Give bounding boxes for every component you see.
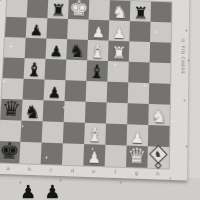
file-label: f	[104, 167, 126, 177]
chess-piece-bR: ♜	[47, 2, 68, 19]
diamond-mini-icon	[155, 161, 162, 168]
square: ♟	[44, 79, 66, 101]
square	[150, 42, 171, 63]
square	[41, 143, 63, 165]
square	[85, 102, 107, 124]
square: ♞	[21, 100, 43, 122]
chess-piece-wN: ♞	[109, 3, 130, 21]
square	[105, 124, 127, 146]
board-grid: ♜♚♞♜♟♟♟♟♞♝♜♝♝♟♛♞♞♝♟♚♟♛	[0, 0, 172, 169]
diamond-logo-icon: ♞	[149, 144, 168, 163]
square	[149, 62, 170, 83]
file-label: h	[147, 169, 169, 179]
square	[5, 17, 27, 38]
dust-speckles-dark	[0, 0, 1, 1]
square	[106, 102, 128, 124]
chess-piece-wB: ♝	[87, 42, 108, 61]
file-label: e	[83, 167, 105, 177]
chess-piece-wB: ♝	[84, 125, 106, 145]
square	[2, 78, 24, 100]
chess-piece-bB: ♝	[24, 60, 46, 79]
square: ♜	[130, 1, 151, 22]
square: ♞	[66, 39, 88, 60]
square: ♝	[24, 58, 46, 79]
square	[150, 22, 171, 43]
chess-piece-bQ: ♛	[0, 99, 22, 121]
square	[89, 0, 110, 20]
square	[65, 60, 87, 81]
square	[67, 19, 88, 40]
square: ♟	[109, 20, 130, 41]
square	[65, 80, 87, 102]
square: ♚	[0, 141, 20, 163]
square: ♞	[109, 0, 130, 21]
file-label: d	[62, 166, 84, 176]
square	[149, 83, 170, 105]
chess-piece-wK: ♚	[68, 0, 89, 20]
captured-pieces-tray: ♟♟	[20, 183, 60, 200]
captured-piece-bP: ♟	[20, 183, 36, 200]
square	[25, 38, 47, 59]
square	[6, 0, 28, 18]
chess-piece-bK: ♚	[0, 140, 20, 163]
chess-piece-bP: ♟	[45, 44, 66, 59]
square	[148, 125, 170, 147]
chess-board: ♜♚♞♜♟♟♟♟♞♝♜♝♝♟♛♞♞♝♟♚♟♛ abcdefgh © FIG CH…	[0, 0, 189, 181]
square	[128, 82, 150, 104]
chess-piece-bP: ♟	[44, 85, 66, 101]
square: ♟	[45, 38, 67, 59]
square	[64, 101, 86, 123]
chess-piece-bN: ♞	[66, 42, 87, 60]
square	[27, 0, 49, 18]
file-label: g	[126, 168, 148, 178]
file-label: b	[19, 164, 41, 174]
chess-piece-wP: ♟	[109, 26, 130, 41]
square	[62, 143, 84, 165]
chess-piece-wN: ♞	[148, 107, 169, 126]
square: ♟	[83, 144, 105, 166]
square	[107, 61, 128, 82]
chess-piece-wR: ♜	[108, 44, 129, 61]
square: ♜	[108, 41, 129, 62]
square: ♜	[47, 0, 68, 19]
square	[0, 120, 21, 142]
captured-piece-bP: ♟	[44, 183, 60, 200]
square: ♞	[148, 104, 170, 126]
square	[43, 100, 65, 122]
file-label: a	[0, 164, 19, 174]
square	[63, 122, 85, 144]
square: ♟	[127, 124, 149, 146]
brand-logo: ♞	[147, 146, 169, 168]
chess-piece-wP: ♟	[88, 25, 109, 40]
square: ♛	[0, 99, 22, 121]
square	[23, 79, 45, 101]
square	[129, 21, 150, 42]
brand-copyright-text: © FIG CHESS	[180, 38, 185, 74]
square: ♟	[88, 20, 109, 41]
square	[19, 142, 41, 164]
square	[4, 37, 26, 58]
chess-piece-bR: ♜	[130, 5, 151, 22]
square: ♝	[86, 60, 108, 81]
square: ♝	[87, 40, 108, 61]
square: ♚	[68, 0, 89, 20]
file-label: c	[40, 165, 62, 175]
square	[105, 145, 127, 167]
chess-piece-bP: ♟	[26, 23, 47, 38]
square	[86, 81, 108, 103]
chess-piece-bB: ♝	[86, 62, 108, 81]
chess-piece-wP: ♟	[83, 150, 105, 166]
square	[42, 121, 64, 143]
square	[107, 82, 129, 104]
square	[151, 2, 172, 23]
square: ♛	[126, 146, 148, 168]
square	[3, 57, 25, 78]
chess-piece-wP: ♟	[127, 130, 149, 146]
square	[128, 62, 149, 83]
square	[46, 18, 68, 39]
square	[20, 121, 42, 143]
square: ♟	[26, 18, 48, 39]
square: ♝	[84, 123, 106, 145]
chess-piece-bN: ♞	[21, 103, 43, 122]
knight-logo-icon: ♞	[155, 150, 162, 158]
chess-piece-wQ: ♛	[126, 146, 148, 168]
square	[127, 103, 149, 125]
square	[45, 59, 67, 80]
square	[129, 41, 150, 62]
chessboard-photo: ♜♚♞♜♟♟♟♟♞♝♜♝♝♟♛♞♞♝♟♚♟♛ abcdefgh © FIG CH…	[0, 0, 200, 200]
